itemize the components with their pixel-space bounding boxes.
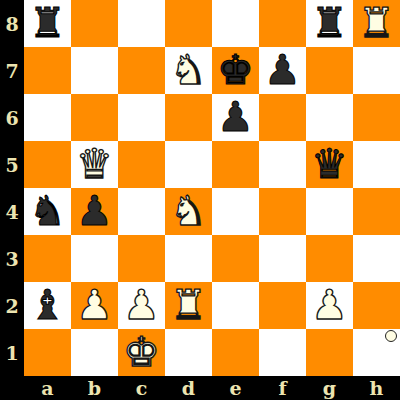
- black-knight-a4: ♞: [24, 188, 71, 235]
- square-d8[interactable]: [165, 0, 212, 47]
- square-e1[interactable]: [212, 329, 259, 376]
- square-c7[interactable]: [118, 47, 165, 94]
- square-f2[interactable]: [259, 282, 306, 329]
- file-label-d: d: [165, 376, 212, 400]
- board: ♜♜♜♞♚♟♟♛♛♞♟♞♝♟♟♜♟♚: [24, 0, 400, 376]
- black-bishop-a2: ♝: [24, 282, 71, 329]
- square-a3[interactable]: [24, 235, 71, 282]
- square-h5[interactable]: [353, 141, 400, 188]
- square-g4[interactable]: [306, 188, 353, 235]
- square-g2[interactable]: ♟: [306, 282, 353, 329]
- file-label-g: g: [306, 376, 353, 400]
- square-b2[interactable]: ♟: [71, 282, 118, 329]
- black-pawn-f7: ♟: [259, 47, 306, 94]
- square-a4[interactable]: ♞: [24, 188, 71, 235]
- rank-label-6: 6: [0, 94, 24, 141]
- white-rook-h8: ♜: [353, 0, 400, 47]
- square-g7[interactable]: [306, 47, 353, 94]
- square-b6[interactable]: [71, 94, 118, 141]
- square-d2[interactable]: ♜: [165, 282, 212, 329]
- white-knight-d4: ♞: [165, 188, 212, 235]
- square-f5[interactable]: [259, 141, 306, 188]
- file-label-b: b: [71, 376, 118, 400]
- square-d4[interactable]: ♞: [165, 188, 212, 235]
- square-a8[interactable]: ♜: [24, 0, 71, 47]
- white-queen-b5: ♛: [71, 141, 118, 188]
- black-pawn-e6: ♟: [212, 94, 259, 141]
- square-g6[interactable]: [306, 94, 353, 141]
- square-d3[interactable]: [165, 235, 212, 282]
- square-e2[interactable]: [212, 282, 259, 329]
- rank-label-4: 4: [0, 188, 24, 235]
- square-b3[interactable]: [71, 235, 118, 282]
- file-labels: abcdefgh: [24, 376, 400, 400]
- square-c3[interactable]: [118, 235, 165, 282]
- square-c6[interactable]: [118, 94, 165, 141]
- square-d7[interactable]: ♞: [165, 47, 212, 94]
- square-f4[interactable]: [259, 188, 306, 235]
- square-c5[interactable]: [118, 141, 165, 188]
- square-d6[interactable]: [165, 94, 212, 141]
- white-king-c1: ♚: [118, 329, 165, 376]
- square-a2[interactable]: ♝: [24, 282, 71, 329]
- square-f1[interactable]: [259, 329, 306, 376]
- square-h3[interactable]: [353, 235, 400, 282]
- square-g8[interactable]: ♜: [306, 0, 353, 47]
- square-c4[interactable]: [118, 188, 165, 235]
- square-b5[interactable]: ♛: [71, 141, 118, 188]
- square-h4[interactable]: [353, 188, 400, 235]
- rank-label-2: 2: [0, 282, 24, 329]
- black-king-e7: ♚: [212, 47, 259, 94]
- square-h2[interactable]: [353, 282, 400, 329]
- square-a7[interactable]: [24, 47, 71, 94]
- file-label-h: h: [353, 376, 400, 400]
- file-label-c: c: [118, 376, 165, 400]
- white-pawn-b2: ♟: [71, 282, 118, 329]
- square-f6[interactable]: [259, 94, 306, 141]
- square-g3[interactable]: [306, 235, 353, 282]
- square-b7[interactable]: [71, 47, 118, 94]
- white-rook-d2: ♜: [165, 282, 212, 329]
- black-rook-a8: ♜: [24, 0, 71, 47]
- rank-labels: 87654321: [0, 0, 24, 376]
- square-b4[interactable]: ♟: [71, 188, 118, 235]
- square-h7[interactable]: [353, 47, 400, 94]
- rank-label-8: 8: [0, 0, 24, 47]
- rank-label-5: 5: [0, 141, 24, 188]
- square-e3[interactable]: [212, 235, 259, 282]
- file-label-e: e: [212, 376, 259, 400]
- square-b1[interactable]: [71, 329, 118, 376]
- square-e5[interactable]: [212, 141, 259, 188]
- white-pawn-g2: ♟: [306, 282, 353, 329]
- square-e8[interactable]: [212, 0, 259, 47]
- square-e7[interactable]: ♚: [212, 47, 259, 94]
- square-g5[interactable]: ♛: [306, 141, 353, 188]
- square-h8[interactable]: ♜: [353, 0, 400, 47]
- square-c2[interactable]: ♟: [118, 282, 165, 329]
- white-pawn-c2: ♟: [118, 282, 165, 329]
- square-h6[interactable]: [353, 94, 400, 141]
- file-label-a: a: [24, 376, 71, 400]
- file-label-f: f: [259, 376, 306, 400]
- square-e6[interactable]: ♟: [212, 94, 259, 141]
- square-g1[interactable]: [306, 329, 353, 376]
- square-f8[interactable]: [259, 0, 306, 47]
- white-knight-d7: ♞: [165, 47, 212, 94]
- rank-label-1: 1: [0, 329, 24, 376]
- rank-label-7: 7: [0, 47, 24, 94]
- square-d1[interactable]: [165, 329, 212, 376]
- square-a5[interactable]: [24, 141, 71, 188]
- square-f3[interactable]: [259, 235, 306, 282]
- square-b8[interactable]: [71, 0, 118, 47]
- black-rook-g8: ♜: [306, 0, 353, 47]
- chessboard-frame: 87654321 ♜♜♜♞♚♟♟♛♛♞♟♞♝♟♟♜♟♚ abcdefgh: [0, 0, 400, 400]
- square-a6[interactable]: [24, 94, 71, 141]
- black-pawn-b4: ♟: [71, 188, 118, 235]
- square-a1[interactable]: [24, 329, 71, 376]
- rank-label-3: 3: [0, 235, 24, 282]
- square-f7[interactable]: ♟: [259, 47, 306, 94]
- white-to-move-indicator: [385, 330, 397, 342]
- square-e4[interactable]: [212, 188, 259, 235]
- black-queen-g5: ♛: [306, 141, 353, 188]
- square-d5[interactable]: [165, 141, 212, 188]
- square-c8[interactable]: [118, 0, 165, 47]
- square-c1[interactable]: ♚: [118, 329, 165, 376]
